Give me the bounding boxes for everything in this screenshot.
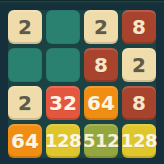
tile-8: 8 — [84, 48, 118, 82]
tile-128: 128 — [122, 124, 156, 158]
tile-8: 8 — [122, 10, 156, 44]
empty-cell — [46, 10, 80, 44]
tile-2: 2 — [122, 48, 156, 82]
board-grid[interactable]: 2288223264864128512128 — [8, 10, 156, 158]
tile-128: 128 — [46, 124, 80, 158]
tile-2: 2 — [8, 86, 42, 120]
empty-cell — [8, 48, 42, 82]
tile-64: 64 — [84, 86, 118, 120]
tile-64: 64 — [8, 124, 42, 158]
tile-32: 32 — [46, 86, 80, 120]
tile-2: 2 — [84, 10, 118, 44]
tile-512: 512 — [84, 124, 118, 158]
tile-2: 2 — [8, 10, 42, 44]
screen-top-edge — [0, 0, 164, 3]
empty-cell — [46, 48, 80, 82]
tile-8: 8 — [122, 86, 156, 120]
